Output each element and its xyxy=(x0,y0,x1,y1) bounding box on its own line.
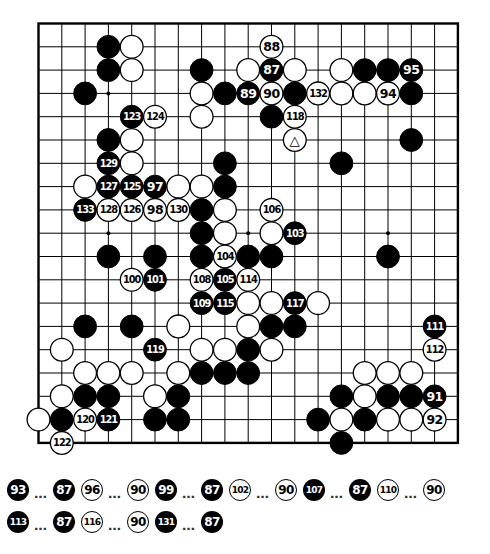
star-point xyxy=(386,231,390,235)
legend-white-stone: 90 xyxy=(423,479,445,501)
black-stone xyxy=(400,385,423,408)
white-stone xyxy=(237,292,260,315)
black-stone xyxy=(330,432,353,455)
white-stone xyxy=(353,82,376,105)
white-stone xyxy=(377,408,400,431)
move-number: 124 xyxy=(146,111,165,122)
go-board: 8887958990132941231241181291271259713312… xyxy=(0,0,490,466)
black-stone xyxy=(144,245,167,268)
white-stone xyxy=(50,338,73,361)
black-stone xyxy=(330,152,353,175)
move-number: 129 xyxy=(100,158,119,169)
black-stone xyxy=(190,59,213,82)
white-stone xyxy=(190,338,213,361)
move-number: 97 xyxy=(147,179,163,194)
ellipsis: … xyxy=(177,479,201,501)
black-stone xyxy=(74,385,97,408)
black-stone xyxy=(190,362,213,385)
white-stone xyxy=(353,362,376,385)
go-diagram-page: 8887958990132941231241181291271259713312… xyxy=(0,0,490,554)
move-number: 126 xyxy=(123,204,142,215)
black-stone xyxy=(97,245,120,268)
ellipsis: … xyxy=(29,479,53,501)
move-number: 114 xyxy=(239,274,258,285)
black-stone xyxy=(97,385,120,408)
move-number: 123 xyxy=(123,111,142,122)
move-number: 100 xyxy=(123,274,142,285)
move-number: 120 xyxy=(76,414,95,425)
black-stone xyxy=(260,315,283,338)
white-stone xyxy=(353,385,376,408)
legend-black-stone: 87 xyxy=(349,479,371,501)
black-stone xyxy=(353,59,376,82)
triangle-mark: △ xyxy=(290,132,301,148)
move-number: 103 xyxy=(286,228,305,239)
move-number: 122 xyxy=(53,437,71,448)
black-stone xyxy=(190,245,213,268)
white-stone xyxy=(283,59,306,82)
ko-legend-row-1: 93…8796…9099…87102…90107…87110…90 xyxy=(7,479,485,501)
black-stone xyxy=(214,175,237,198)
legend-white-stone: 110 xyxy=(377,479,399,501)
white-stone xyxy=(120,129,143,152)
move-number: 105 xyxy=(216,274,235,285)
black-stone xyxy=(214,82,237,105)
white-stone xyxy=(214,338,237,361)
legend-white-stone: 96 xyxy=(81,479,103,501)
move-number: 104 xyxy=(216,251,235,262)
ellipsis: … xyxy=(29,511,53,533)
move-number: 132 xyxy=(309,88,327,99)
move-number: 119 xyxy=(146,344,165,355)
white-stone xyxy=(260,338,283,361)
black-stone xyxy=(283,82,306,105)
ko-move-pair: 113…87 xyxy=(7,511,75,533)
ko-move-pair: 96…90 xyxy=(81,479,149,501)
ko-legend-row-2: 113…87116…90131…87 xyxy=(7,511,485,533)
white-stone xyxy=(120,362,143,385)
white-stone xyxy=(190,105,213,128)
black-stone xyxy=(353,408,376,431)
black-stone xyxy=(97,59,120,82)
move-number: 94 xyxy=(380,86,397,101)
white-stone xyxy=(190,175,213,198)
white-stone xyxy=(144,385,167,408)
ellipsis: … xyxy=(325,479,349,501)
white-stone xyxy=(400,408,423,431)
ellipsis: … xyxy=(251,479,275,501)
white-stone xyxy=(50,385,73,408)
black-stone xyxy=(97,35,120,58)
black-stone xyxy=(283,315,306,338)
ko-move-pair: 102…90 xyxy=(229,479,297,501)
white-stone xyxy=(400,362,423,385)
black-stone xyxy=(237,245,260,268)
move-number: 87 xyxy=(263,62,279,77)
legend-black-stone: 99 xyxy=(155,479,177,501)
black-stone xyxy=(167,408,190,431)
black-stone xyxy=(307,408,330,431)
move-number: 88 xyxy=(263,39,279,54)
black-stone xyxy=(377,385,400,408)
legend-black-stone: 87 xyxy=(53,479,75,501)
legend-black-stone: 87 xyxy=(53,511,75,533)
black-stone xyxy=(237,362,260,385)
ko-move-pair: 107…87 xyxy=(303,479,371,501)
white-stone xyxy=(190,82,213,105)
move-number: 109 xyxy=(193,298,212,309)
ellipsis: … xyxy=(177,511,201,533)
move-number: 91 xyxy=(426,389,442,404)
white-stone xyxy=(74,175,97,198)
white-stone xyxy=(330,59,353,82)
black-stone xyxy=(330,385,353,408)
ellipsis: … xyxy=(399,479,423,501)
black-stone xyxy=(260,105,283,128)
ellipsis: … xyxy=(103,511,127,533)
legend-black-stone: 113 xyxy=(7,511,29,533)
star-point xyxy=(106,231,110,235)
legend-black-stone: 93 xyxy=(7,479,29,501)
black-stone xyxy=(97,129,120,152)
black-stone xyxy=(214,362,237,385)
ko-move-pair: 131…87 xyxy=(155,511,223,533)
move-number: 133 xyxy=(76,204,95,215)
ellipsis: … xyxy=(103,479,127,501)
white-stone xyxy=(167,175,190,198)
move-number: 130 xyxy=(170,204,189,215)
black-stone xyxy=(400,82,423,105)
black-stone xyxy=(190,199,213,222)
legend-white-stone: 102 xyxy=(229,479,251,501)
move-number: 92 xyxy=(426,412,442,427)
ko-move-pair: 93…87 xyxy=(7,479,75,501)
black-stone xyxy=(214,152,237,175)
move-number: 89 xyxy=(240,86,256,101)
white-stone xyxy=(74,362,97,385)
white-stone xyxy=(330,82,353,105)
ko-move-pair: 110…90 xyxy=(377,479,445,501)
star-point xyxy=(106,91,110,95)
legend-black-stone: 87 xyxy=(201,479,223,501)
white-stone xyxy=(120,152,143,175)
black-stone xyxy=(190,222,213,245)
move-number: 125 xyxy=(123,181,142,192)
white-stone xyxy=(260,222,283,245)
move-number: 101 xyxy=(146,274,165,285)
white-stone xyxy=(214,199,237,222)
move-number: 117 xyxy=(286,298,305,309)
black-stone xyxy=(237,338,260,361)
black-stone xyxy=(50,408,73,431)
black-stone xyxy=(167,385,190,408)
black-stone xyxy=(377,59,400,82)
white-stone xyxy=(214,222,237,245)
white-stone xyxy=(97,362,120,385)
move-number: 118 xyxy=(286,111,305,122)
white-stone xyxy=(120,35,143,58)
white-stone xyxy=(167,315,190,338)
legend-black-stone: 87 xyxy=(201,511,223,533)
move-number: 128 xyxy=(100,204,119,215)
move-number: 112 xyxy=(426,344,444,355)
white-stone xyxy=(237,59,260,82)
ko-move-pair: 116…90 xyxy=(81,511,149,533)
white-stone xyxy=(307,292,330,315)
legend-white-stone: 90 xyxy=(127,479,149,501)
move-number: 111 xyxy=(426,321,445,332)
legend-black-stone: 107 xyxy=(303,479,325,501)
black-stone xyxy=(74,82,97,105)
move-number: 106 xyxy=(263,204,282,215)
legend-white-stone: 90 xyxy=(275,479,297,501)
legend-black-stone: 131 xyxy=(155,511,177,533)
black-stone xyxy=(260,245,283,268)
white-stone xyxy=(27,408,50,431)
black-stone xyxy=(120,315,143,338)
black-stone xyxy=(377,245,400,268)
legend-white-stone: 116 xyxy=(81,511,103,533)
black-stone xyxy=(144,408,167,431)
move-number: 98 xyxy=(147,202,163,217)
white-stone xyxy=(237,315,260,338)
move-number: 127 xyxy=(100,181,119,192)
black-stone xyxy=(400,129,423,152)
white-stone xyxy=(330,408,353,431)
move-number: 108 xyxy=(193,274,212,285)
move-number: 115 xyxy=(216,298,235,309)
move-number: 90 xyxy=(263,86,280,101)
move-number: 95 xyxy=(403,62,419,77)
move-number: 121 xyxy=(100,414,119,425)
star-point xyxy=(246,231,250,235)
white-stone xyxy=(167,362,190,385)
black-stone xyxy=(74,315,97,338)
white-stone xyxy=(377,362,400,385)
legend-white-stone: 90 xyxy=(127,511,149,533)
white-stone xyxy=(120,59,143,82)
white-stone xyxy=(260,292,283,315)
ko-move-pair: 99…87 xyxy=(155,479,223,501)
board-grid: 8887958990132941231241181291271259713312… xyxy=(0,0,490,466)
